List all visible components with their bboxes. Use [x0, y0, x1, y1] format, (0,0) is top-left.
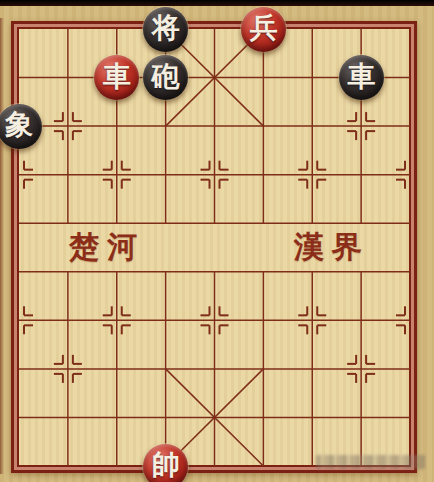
piece-glyph: 兵 — [249, 14, 277, 42]
left-edge-shadow — [0, 18, 4, 474]
screenshot-root: 楚河 漢界 将兵車砲車象帥 — [0, 0, 434, 482]
piece-glyph: 砲 — [152, 63, 180, 91]
piece-black-elephant[interactable]: 象 — [0, 104, 42, 149]
piece-glyph: 車 — [103, 63, 131, 91]
piece-red-chariot[interactable]: 車 — [94, 55, 139, 100]
watermark — [316, 455, 426, 469]
piece-glyph: 帥 — [152, 451, 180, 479]
piece-glyph: 象 — [5, 111, 33, 139]
top-letterbox-bar — [0, 0, 434, 6]
piece-red-soldier[interactable]: 兵 — [241, 7, 286, 52]
piece-black-cannon[interactable]: 砲 — [143, 55, 188, 100]
piece-black-general[interactable]: 将 — [143, 7, 188, 52]
piece-glyph: 将 — [152, 14, 180, 42]
piece-black-chariot[interactable]: 車 — [339, 55, 384, 100]
piece-glyph: 車 — [347, 63, 375, 91]
